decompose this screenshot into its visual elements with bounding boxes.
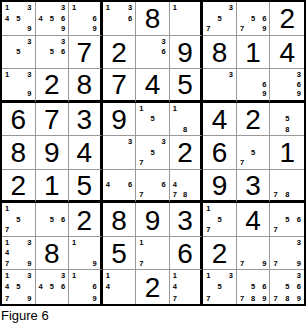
pencil-mark: 8 [183,191,187,199]
cell-r8c9[interactable]: 379 [270,237,304,271]
cell-r2c2[interactable]: 356 [36,36,70,70]
cell-r7c5[interactable]: 9 [136,203,170,237]
cell-r5c1[interactable]: 8 [2,136,36,170]
pencil-mark: 5 [285,115,289,123]
cell-r1c1[interactable]: 13459 [2,2,36,36]
solved-digit: 7 [44,106,60,134]
solved-digit: 6 [10,106,26,134]
pencil-mark: 5 [16,48,20,56]
cell-r9c6[interactable]: 147 [170,270,204,304]
cell-r7c2[interactable]: 56 [36,203,70,237]
pencil-mark: 1 [173,4,177,12]
pencil-mark: 1 [5,4,9,12]
solved-digit: 1 [279,139,295,167]
solved-digit: 9 [111,106,127,134]
pencil-mark: 7 [173,191,177,199]
cell-r6c5[interactable]: 67 [136,170,170,204]
pencil-mark: 1 [72,239,76,247]
cell-r8c6[interactable]: 6 [170,237,204,271]
solved-digit: 5 [111,240,127,268]
pencil-mark: 9 [27,25,31,33]
pencil-marks: 356 [36,36,69,69]
cell-r6c4[interactable]: 46 [103,170,137,204]
pencil-mark: 8 [285,295,289,303]
pencil-mark: 8 [251,295,255,303]
pencil-mark: 5 [218,216,222,224]
pencil-marks: 1 [170,2,201,35]
pencil-mark: 7 [273,226,277,234]
cell-r8c1[interactable]: 13479 [2,237,36,271]
cell-r6c1[interactable]: 2 [2,170,36,204]
pencil-mark: 5 [150,115,154,123]
solved-digit: 9 [44,139,60,167]
pencil-marks: 357 [203,2,236,35]
pencil-mark: 5 [251,15,255,23]
cell-r5c5[interactable]: 357 [136,136,170,170]
pencil-mark: 3 [297,239,301,247]
pencil-mark: 1 [206,272,210,280]
pencil-mark: 3 [128,138,132,146]
cell-r8c4[interactable]: 5 [103,237,137,271]
pencil-mark: 5 [50,15,54,23]
pencil-mark: 5 [50,283,54,291]
pencil-mark: 1 [72,4,76,12]
pencil-marks: 134579 [2,270,35,304]
solved-digit: 4 [145,71,161,99]
cell-r8c8[interactable]: 79 [237,237,271,271]
pencil-mark: 4 [5,15,9,23]
cell-r6c7[interactable]: 9 [203,170,237,204]
pencil-mark: 1 [139,239,143,247]
cell-r7c1[interactable]: 157 [2,203,36,237]
solved-digit: 2 [212,240,228,268]
pencil-mark: 9 [92,25,96,33]
pencil-marks: 379 [270,237,304,270]
pencil-mark: 1 [206,205,210,213]
cell-r5c6[interactable]: 2 [170,136,204,170]
cell-r5c4[interactable]: 3 [103,136,137,170]
pencil-marks: 1357 [203,270,236,304]
cell-r3c4[interactable]: 7 [103,69,137,103]
solved-digit: 8 [111,207,127,235]
pencil-mark: 4 [5,283,9,291]
pencil-mark: 7 [206,25,210,33]
pencil-mark: 7 [273,191,277,199]
pencil-mark: 9 [262,90,266,98]
pencil-marks: 369 [270,69,304,100]
solved-digit: 2 [44,71,60,99]
pencil-mark: 3 [61,4,65,12]
pencil-marks: 19 [69,237,100,270]
pencil-marks: 67 [136,170,169,201]
cell-r7c7[interactable]: 157 [203,203,237,237]
pencil-mark: 3 [27,239,31,247]
pencil-mark: 6 [262,15,266,23]
pencil-mark: 6 [297,216,301,224]
solved-digit: 7 [77,39,93,67]
pencil-mark: 7 [240,260,244,268]
pencil-mark: 5 [285,283,289,291]
cell-r3c1[interactable]: 139 [2,69,36,103]
pencil-mark: 9 [297,260,301,268]
pencil-marks: 356789 [270,270,304,304]
pencil-mark: 3 [162,138,166,146]
pencil-mark: 4 [39,283,43,291]
pencil-mark: 1 [5,239,9,247]
cell-r5c9[interactable]: 1 [270,136,304,170]
pencil-marks: 78 [270,170,304,201]
pencil-mark: 5 [218,283,222,291]
pencil-mark: 3 [297,272,301,280]
pencil-mark: 9 [297,90,301,98]
solved-digit: 3 [245,172,261,200]
solved-digit: 4 [77,139,93,167]
pencil-mark: 7 [240,295,244,303]
cell-r1c6[interactable]: 1 [170,2,204,36]
solved-digit: 8 [10,139,26,167]
pencil-marks: 69 [237,69,270,100]
pencil-marks: 478 [170,170,201,201]
pencil-mark: 6 [92,15,96,23]
pencil-mark: 6 [262,81,266,89]
pencil-mark: 5 [285,216,289,224]
solved-digit: 6 [212,139,228,167]
solved-digit: 3 [77,106,93,134]
solved-digit: 5 [177,71,193,99]
cell-r6c9[interactable]: 78 [270,170,304,204]
pencil-mark: 1 [139,105,143,113]
pencil-marks: 169 [69,270,100,304]
pencil-mark: 7 [139,191,143,199]
pencil-mark: 4 [173,181,177,189]
cell-r6c8[interactable]: 3 [237,170,271,204]
solved-digit: 7 [111,71,127,99]
pencil-mark: 3 [27,272,31,280]
cell-r1c2[interactable]: 34569 [36,2,70,36]
pencil-mark: 6 [61,48,65,56]
pencil-mark: 6 [61,15,65,23]
cell-r9c3[interactable]: 169 [69,270,103,304]
pencil-marks: 567 [270,203,304,236]
cell-r2c3[interactable]: 7 [69,36,103,70]
solved-digit: 2 [10,172,26,200]
pencil-mark: 1 [106,272,110,280]
solved-digit: 3 [177,207,193,235]
cell-r2c5[interactable]: 36 [136,36,170,70]
cell-r2c8[interactable]: 1 [237,36,271,70]
pencil-mark: 9 [262,25,266,33]
solved-digit: 1 [44,172,60,200]
cell-r7c8[interactable]: 4 [237,203,271,237]
pencil-mark: 1 [5,205,9,213]
cell-r3c8[interactable]: 69 [237,69,271,103]
pencil-mark: 5 [16,216,20,224]
pencil-mark: 6 [262,283,266,291]
cell-r3c3[interactable]: 8 [69,69,103,103]
pencil-mark: 7 [206,226,210,234]
pencil-marks: 14 [103,270,136,304]
pencil-mark: 1 [173,105,177,113]
cell-r6c3[interactable]: 5 [69,170,103,204]
pencil-marks: 56789 [237,270,270,304]
pencil-mark: 8 [285,126,289,134]
cell-r4c3[interactable]: 3 [69,103,103,137]
solved-digit: 6 [177,240,193,268]
sudoku-board: 1345934569169136813575679235356723698141… [0,0,306,306]
pencil-mark: 6 [297,81,301,89]
cell-r5c8[interactable]: 57 [237,136,271,170]
cell-r8c7[interactable]: 2 [203,237,237,271]
solved-digit: 8 [44,240,60,268]
pencil-mark: 4 [106,181,110,189]
cell-r2c6[interactable]: 9 [170,36,204,70]
pencil-mark: 7 [240,159,244,167]
pencil-mark: 7 [5,260,9,268]
cell-r9c5[interactable]: 2 [136,270,170,304]
cell-r1c5[interactable]: 8 [136,2,170,36]
cell-r2c9[interactable]: 4 [270,36,304,70]
pencil-marks: 79 [237,237,270,270]
pencil-mark: 4 [106,283,110,291]
cell-r4c7[interactable]: 4 [203,103,237,137]
solved-digit: 8 [212,39,228,67]
figure-caption: Figure 6 [0,306,306,324]
cell-r4c5[interactable]: 15 [136,103,170,137]
pencil-mark: 1 [5,71,9,79]
pencil-mark: 6 [61,216,65,224]
solved-digit: 4 [279,39,295,67]
pencil-marks: 357 [136,136,169,169]
pencil-marks: 35 [2,36,35,69]
solved-digit: 5 [77,172,93,200]
pencil-mark: 5 [251,149,255,157]
pencil-mark: 9 [262,260,266,268]
cell-r4c1[interactable]: 6 [2,103,36,137]
solved-digit: 8 [145,5,161,33]
pencil-mark: 4 [39,15,43,23]
pencil-marks: 3 [203,69,236,100]
solved-digit: 9 [177,39,193,67]
solved-digit: 2 [77,207,93,235]
solved-digit: 2 [177,139,193,167]
cell-r6c2[interactable]: 1 [36,170,70,204]
cell-r9c2[interactable]: 3456 [36,270,70,304]
cell-r7c3[interactable]: 2 [69,203,103,237]
solved-digit: 4 [212,106,228,134]
cell-r9c1[interactable]: 134579 [2,270,36,304]
pencil-mark: 1 [72,272,76,280]
cell-r9c7[interactable]: 1357 [203,270,237,304]
pencil-marks: 13459 [2,2,35,35]
pencil-mark: 9 [27,90,31,98]
pencil-mark: 6 [297,283,301,291]
solved-digit: 1 [245,39,261,67]
pencil-mark: 6 [92,283,96,291]
pencil-mark: 3 [27,71,31,79]
cell-r8c5[interactable]: 17 [136,237,170,271]
pencil-marks: 56 [36,203,69,236]
pencil-mark: 6 [61,283,65,291]
pencil-mark: 9 [297,295,301,303]
pencil-mark: 9 [92,260,96,268]
solved-digit: 9 [212,172,228,200]
pencil-mark: 7 [273,295,277,303]
pencil-mark: 9 [27,260,31,268]
pencil-mark: 5 [218,15,222,23]
pencil-marks: 169 [69,2,100,35]
pencil-mark: 7 [240,25,244,33]
cell-r1c9[interactable]: 2 [270,2,304,36]
pencil-mark: 3 [162,38,166,46]
pencil-mark: 4 [173,283,177,291]
pencil-mark: 7 [206,295,210,303]
cell-r2c4[interactable]: 2 [103,36,137,70]
pencil-marks: 15 [136,103,169,136]
pencil-mark: 5 [50,48,54,56]
cell-r8c2[interactable]: 8 [36,237,70,271]
pencil-mark: 3 [61,38,65,46]
pencil-mark: 3 [61,272,65,280]
pencil-mark: 6 [162,48,166,56]
cell-r9c9[interactable]: 356789 [270,270,304,304]
pencil-marks: 157 [203,203,236,236]
pencil-marks: 3456 [36,270,69,304]
cell-r7c6[interactable]: 3 [170,203,204,237]
pencil-marks: 136 [103,2,136,35]
pencil-mark: 3 [128,4,132,12]
solved-digit: 8 [77,71,93,99]
cell-r1c7[interactable]: 357 [203,2,237,36]
pencil-mark: 7 [273,260,277,268]
pencil-marks: 3 [103,136,136,169]
cell-r4c9[interactable]: 58 [270,103,304,137]
pencil-mark: 9 [262,295,266,303]
pencil-mark: 7 [139,260,143,268]
pencil-mark: 3 [229,71,233,79]
solved-digit: 4 [245,207,261,235]
cell-r2c1[interactable]: 35 [2,36,36,70]
pencil-marks: 36 [136,36,169,69]
pencil-mark: 5 [50,216,54,224]
pencil-mark: 1 [173,272,177,280]
cell-r4c4[interactable]: 9 [103,103,137,137]
cell-r3c7[interactable]: 3 [203,69,237,103]
pencil-marks: 34569 [36,2,69,35]
pencil-mark: 8 [183,126,187,134]
cell-r5c7[interactable]: 6 [203,136,237,170]
pencil-mark: 6 [128,15,132,23]
pencil-mark: 3 [27,38,31,46]
pencil-mark: 5 [150,149,154,157]
pencil-mark: 3 [229,4,233,12]
pencil-mark: 9 [27,295,31,303]
pencil-marks: 57 [237,136,270,169]
pencil-mark: 5 [16,283,20,291]
cell-r8c3[interactable]: 19 [69,237,103,271]
pencil-mark: 8 [285,191,289,199]
pencil-mark: 6 [128,181,132,189]
sudoku-figure: 1345934569169136813575679235356723698141… [0,0,306,324]
pencil-marks: 46 [103,170,136,201]
pencil-mark: 1 [5,272,9,280]
cell-r4c8[interactable]: 2 [237,103,271,137]
cell-r6c6[interactable]: 478 [170,170,204,204]
cell-r3c9[interactable]: 369 [270,69,304,103]
pencil-mark: 3 [229,272,233,280]
solved-digit: 9 [145,207,161,235]
pencil-marks: 17 [136,237,169,270]
pencil-marks: 13479 [2,237,35,270]
cell-r5c2[interactable]: 9 [36,136,70,170]
pencil-mark: 7 [173,295,177,303]
pencil-mark: 3 [27,4,31,12]
cell-r9c4[interactable]: 14 [103,270,137,304]
cell-r3c2[interactable]: 2 [36,69,70,103]
pencil-mark: 4 [5,249,9,257]
pencil-marks: 58 [270,103,304,136]
pencil-marks: 147 [170,270,201,304]
cell-r4c6[interactable]: 18 [170,103,204,137]
solved-digit: 2 [245,106,261,134]
cell-r9c8[interactable]: 56789 [237,270,271,304]
cell-r1c4[interactable]: 136 [103,2,137,36]
pencil-mark: 6 [162,181,166,189]
pencil-mark: 5 [251,283,255,291]
cell-r2c7[interactable]: 8 [203,36,237,70]
pencil-marks: 18 [170,103,201,136]
pencil-mark: 5 [16,15,20,23]
pencil-marks: 157 [2,203,35,236]
solved-digit: 2 [279,5,295,33]
cell-r3c6[interactable]: 5 [170,69,204,103]
pencil-mark: 7 [139,159,143,167]
pencil-mark: 7 [5,226,9,234]
cell-r7c4[interactable]: 8 [103,203,137,237]
pencil-mark: 3 [297,71,301,79]
cell-r3c5[interactable]: 4 [136,69,170,103]
solved-digit: 2 [111,39,127,67]
pencil-mark: 1 [106,4,110,12]
pencil-marks: 5679 [237,2,270,35]
pencil-mark: 7 [5,295,9,303]
pencil-mark: 9 [92,295,96,303]
solved-digit: 2 [145,274,161,302]
cell-r7c9[interactable]: 567 [270,203,304,237]
cell-r4c2[interactable]: 7 [36,103,70,137]
cell-r1c8[interactable]: 5679 [237,2,271,36]
cell-r1c3[interactable]: 169 [69,2,103,36]
pencil-mark: 9 [61,25,65,33]
cell-r5c3[interactable]: 4 [69,136,103,170]
pencil-marks: 139 [2,69,35,100]
